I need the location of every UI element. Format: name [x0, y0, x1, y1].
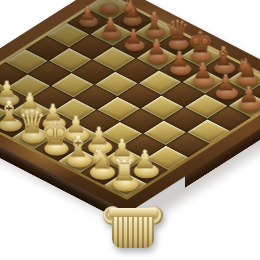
black-pawn[interactable]: ♟	[225, 84, 260, 106]
square-h4[interactable]	[167, 133, 209, 157]
gold-column-foot	[103, 206, 163, 248]
square-h1[interactable]: ♜	[104, 172, 146, 196]
white-rook[interactable]: ♜	[100, 156, 148, 185]
leg-fluting	[112, 217, 154, 248]
square-e4[interactable]	[97, 97, 139, 121]
chess-set-photo: ♜♞♝♛♚♝♞♜♟♟♟♟♟♟♟♟♟♟♟♟♟♟♟♟♜♞♝♛♚♝♞♜	[0, 0, 260, 260]
square-a4[interactable]	[5, 49, 47, 73]
